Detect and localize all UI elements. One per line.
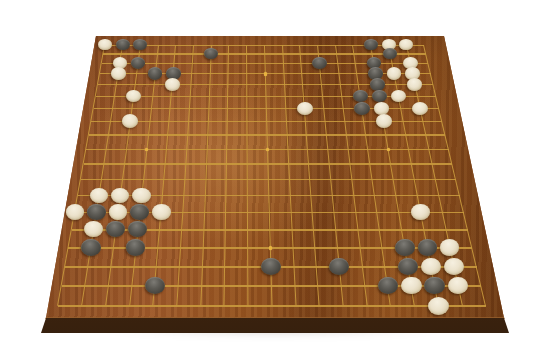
- black-stone[interactable]: [424, 277, 444, 295]
- white-stone[interactable]: [387, 67, 402, 79]
- white-stone[interactable]: [421, 258, 441, 275]
- white-stone[interactable]: [132, 188, 150, 203]
- black-stone[interactable]: [364, 39, 378, 51]
- black-stone[interactable]: [261, 258, 281, 275]
- white-stone[interactable]: [109, 204, 127, 220]
- white-stone[interactable]: [111, 67, 126, 79]
- go-board-photo: [0, 0, 540, 360]
- white-stone[interactable]: [152, 204, 170, 220]
- black-stone[interactable]: [312, 57, 327, 69]
- white-stone[interactable]: [374, 102, 390, 115]
- white-stone[interactable]: [165, 78, 180, 90]
- white-stone[interactable]: [66, 204, 84, 220]
- black-stone[interactable]: [87, 204, 105, 220]
- white-stone[interactable]: [376, 114, 392, 127]
- black-stone[interactable]: [395, 239, 414, 256]
- white-stone[interactable]: [444, 258, 464, 275]
- black-stone[interactable]: [354, 102, 370, 115]
- star-point: [387, 148, 390, 151]
- black-stone[interactable]: [126, 239, 145, 256]
- black-stone[interactable]: [148, 67, 163, 79]
- white-stone[interactable]: [440, 239, 459, 256]
- white-stone[interactable]: [122, 114, 138, 127]
- black-stone[interactable]: [130, 204, 148, 220]
- white-stone[interactable]: [111, 188, 129, 203]
- white-stone[interactable]: [401, 277, 421, 295]
- white-stone[interactable]: [90, 188, 108, 203]
- white-stone[interactable]: [411, 204, 429, 220]
- star-point: [264, 72, 267, 75]
- white-stone[interactable]: [412, 102, 428, 115]
- black-stone[interactable]: [81, 239, 100, 256]
- black-stone[interactable]: [398, 258, 418, 275]
- black-stone[interactable]: [116, 39, 130, 51]
- black-stone[interactable]: [418, 239, 437, 256]
- star-point: [269, 246, 272, 249]
- black-stone[interactable]: [329, 258, 349, 275]
- white-stone[interactable]: [428, 297, 449, 315]
- white-stone[interactable]: [297, 102, 313, 115]
- black-stone[interactable]: [370, 78, 385, 90]
- white-stone[interactable]: [407, 78, 422, 90]
